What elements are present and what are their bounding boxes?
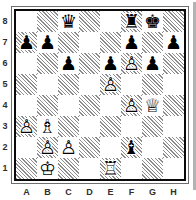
square-e6: ♟ <box>100 53 121 74</box>
board-inner-border: ♛♜♚♟♟♟♟♟♟♙♟♙♙♕♙♗♙♙♝♔♖ <box>14 9 186 181</box>
square-d8 <box>79 11 100 32</box>
white-pawn-b2: ♙ <box>37 137 58 158</box>
square-a6 <box>16 53 37 74</box>
square-a3: ♙ <box>16 116 37 137</box>
rank-label-3: 3 <box>0 116 10 137</box>
file-label-g: G <box>142 186 163 199</box>
square-e7 <box>100 32 121 53</box>
rank-label-4: 4 <box>0 95 10 116</box>
black-bishop-f2: ♝ <box>121 137 142 158</box>
square-h7: ♟ <box>163 32 184 53</box>
rank-label-5: 5 <box>0 74 10 95</box>
black-pawn-a7: ♟ <box>16 32 37 53</box>
chess-diagram: 87654321 ♛♜♚♟♟♟♟♟♟♙♟♙♙♕♙♗♙♙♝♔♖ ABCDEFGH <box>0 0 196 200</box>
white-bishop-b3: ♗ <box>37 116 58 137</box>
square-c8: ♛ <box>58 11 79 32</box>
square-b2: ♙ <box>37 137 58 158</box>
square-d4 <box>79 95 100 116</box>
square-d5 <box>79 74 100 95</box>
square-f8: ♜ <box>121 11 142 32</box>
square-f5 <box>121 74 142 95</box>
board-squares: ♛♜♚♟♟♟♟♟♟♙♟♙♙♕♙♗♙♙♝♔♖ <box>16 11 184 179</box>
board-frame: ♛♜♚♟♟♟♟♟♟♙♟♙♙♕♙♗♙♙♝♔♖ <box>11 6 189 184</box>
square-g3 <box>142 116 163 137</box>
white-pawn-f4: ♙ <box>121 95 142 116</box>
file-label-h: H <box>163 186 184 199</box>
square-g5 <box>142 74 163 95</box>
file-label-d: D <box>79 186 100 199</box>
rank-label-2: 2 <box>0 137 10 158</box>
square-c6: ♟ <box>58 53 79 74</box>
square-a8 <box>16 11 37 32</box>
square-c5 <box>58 74 79 95</box>
square-h4 <box>163 95 184 116</box>
page-edge-strip <box>193 2 196 190</box>
square-f4: ♙ <box>121 95 142 116</box>
square-g2 <box>142 137 163 158</box>
square-e1: ♖ <box>100 158 121 179</box>
square-g4: ♕ <box>142 95 163 116</box>
square-a1 <box>16 158 37 179</box>
square-e8 <box>100 11 121 32</box>
black-rook-f8: ♜ <box>121 11 142 32</box>
square-h1 <box>163 158 184 179</box>
square-d2 <box>79 137 100 158</box>
square-b6 <box>37 53 58 74</box>
square-b4 <box>37 95 58 116</box>
square-g6: ♟ <box>142 53 163 74</box>
square-b1: ♔ <box>37 158 58 179</box>
square-e2 <box>100 137 121 158</box>
black-king-g8: ♚ <box>142 11 163 32</box>
square-e3 <box>100 116 121 137</box>
white-queen-g4: ♕ <box>142 95 163 116</box>
square-g7 <box>142 32 163 53</box>
black-pawn-f7: ♟ <box>121 32 142 53</box>
square-f2: ♝ <box>121 137 142 158</box>
white-king-b1: ♔ <box>37 158 58 179</box>
square-c2: ♙ <box>58 137 79 158</box>
square-d6 <box>79 53 100 74</box>
rank-label-1: 1 <box>0 158 10 179</box>
square-c4 <box>58 95 79 116</box>
square-c1 <box>58 158 79 179</box>
square-c3 <box>58 116 79 137</box>
square-h3 <box>163 116 184 137</box>
square-c7 <box>58 32 79 53</box>
black-pawn-c6: ♟ <box>58 53 79 74</box>
file-label-a: A <box>16 186 37 199</box>
black-pawn-e6: ♟ <box>100 53 121 74</box>
white-pawn-f6: ♙ <box>121 53 142 74</box>
square-d3 <box>79 116 100 137</box>
black-pawn-g6: ♟ <box>142 53 163 74</box>
rank-labels: 87654321 <box>0 11 10 179</box>
square-g1 <box>142 158 163 179</box>
square-a2 <box>16 137 37 158</box>
white-pawn-c2: ♙ <box>58 137 79 158</box>
square-b8 <box>37 11 58 32</box>
file-label-e: E <box>100 186 121 199</box>
white-rook-e1: ♖ <box>100 158 121 179</box>
rank-label-7: 7 <box>0 32 10 53</box>
square-f1 <box>121 158 142 179</box>
square-a7: ♟ <box>16 32 37 53</box>
black-pawn-b7: ♟ <box>37 32 58 53</box>
square-e5: ♙ <box>100 74 121 95</box>
square-h8 <box>163 11 184 32</box>
file-label-c: C <box>58 186 79 199</box>
file-label-f: F <box>121 186 142 199</box>
rank-label-8: 8 <box>0 11 10 32</box>
square-d7 <box>79 32 100 53</box>
black-pawn-h7: ♟ <box>163 32 184 53</box>
black-queen-c8: ♛ <box>58 11 79 32</box>
rank-label-6: 6 <box>0 53 10 74</box>
square-h6 <box>163 53 184 74</box>
file-label-b: B <box>37 186 58 199</box>
square-f7: ♟ <box>121 32 142 53</box>
square-a4 <box>16 95 37 116</box>
square-a5 <box>16 74 37 95</box>
square-b7: ♟ <box>37 32 58 53</box>
file-labels: ABCDEFGH <box>16 186 184 199</box>
square-f6: ♙ <box>121 53 142 74</box>
square-b3: ♗ <box>37 116 58 137</box>
square-h5 <box>163 74 184 95</box>
white-pawn-e5: ♙ <box>100 74 121 95</box>
square-e4 <box>100 95 121 116</box>
square-h2 <box>163 137 184 158</box>
square-d1 <box>79 158 100 179</box>
square-g8: ♚ <box>142 11 163 32</box>
square-f3 <box>121 116 142 137</box>
square-b5 <box>37 74 58 95</box>
white-pawn-a3: ♙ <box>16 116 37 137</box>
